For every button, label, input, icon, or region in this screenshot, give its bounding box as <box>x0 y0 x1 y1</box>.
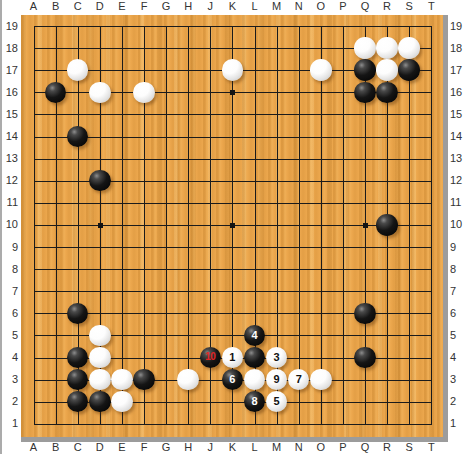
black-stone <box>67 391 89 413</box>
row-label-right: 5 <box>450 329 465 342</box>
column-label-top: N <box>288 0 310 13</box>
row-label-right: 15 <box>450 108 465 121</box>
black-stone <box>67 126 89 148</box>
row-label-right: 10 <box>450 218 465 231</box>
white-stone <box>89 82 111 104</box>
column-label-top: J <box>199 0 221 13</box>
row-label-right: 7 <box>450 285 465 298</box>
column-label-top: T <box>420 0 442 13</box>
row-label-left: 3 <box>0 373 18 386</box>
black-stone: 6 <box>222 369 244 391</box>
move-number-label: 10 <box>205 352 215 362</box>
move-number-label: 8 <box>251 396 257 407</box>
column-label-bottom: H <box>177 441 199 454</box>
move-number-label: 5 <box>274 396 280 407</box>
column-label-bottom: C <box>67 441 89 454</box>
white-stone <box>244 369 266 391</box>
white-stone <box>133 82 155 104</box>
black-stone <box>398 59 420 81</box>
column-label-bottom: B <box>45 441 67 454</box>
column-label-top: O <box>310 0 332 13</box>
row-label-right: 4 <box>450 351 465 364</box>
row-label-left: 13 <box>0 152 18 165</box>
white-stone <box>177 369 199 391</box>
column-label-bottom: O <box>310 441 332 454</box>
row-label-left: 1 <box>0 417 18 430</box>
grid-line-vertical <box>321 26 322 425</box>
white-stone <box>67 59 89 81</box>
move-number-label: 7 <box>296 374 302 385</box>
grid-line-horizontal <box>34 424 433 425</box>
white-stone <box>310 59 332 81</box>
white-stone: 1 <box>222 347 244 369</box>
row-label-left: 11 <box>0 196 18 209</box>
row-label-right: 8 <box>450 263 465 276</box>
white-stone <box>111 369 133 391</box>
star-point <box>230 90 235 95</box>
row-label-left: 2 <box>0 395 18 408</box>
white-stone <box>89 347 111 369</box>
black-stone <box>133 369 155 391</box>
black-stone <box>67 369 89 391</box>
white-stone <box>222 59 244 81</box>
star-point <box>98 223 103 228</box>
black-stone <box>67 303 89 325</box>
black-stone <box>376 82 398 104</box>
grid-line-horizontal <box>34 291 433 292</box>
black-stone <box>376 214 398 236</box>
row-label-left: 16 <box>0 86 18 99</box>
go-app-window: 4101369785 AABBCCDDEEFFGGHHJJKKLLMMNNOOP… <box>0 0 465 454</box>
black-stone: 8 <box>244 391 266 413</box>
black-stone: 4 <box>244 325 266 347</box>
row-label-left: 15 <box>0 108 18 121</box>
row-label-left: 18 <box>0 42 18 55</box>
column-label-top: E <box>111 0 133 13</box>
row-label-right: 6 <box>450 307 465 320</box>
white-stone: 9 <box>266 369 288 391</box>
white-stone <box>89 325 111 347</box>
column-label-top: H <box>177 0 199 13</box>
row-label-left: 6 <box>0 307 18 320</box>
column-label-top: M <box>266 0 288 13</box>
column-label-top: F <box>133 0 155 13</box>
row-label-right: 11 <box>450 196 465 209</box>
column-label-bottom: F <box>133 441 155 454</box>
row-label-left: 8 <box>0 263 18 276</box>
move-number-label: 9 <box>274 374 280 385</box>
grid-line-vertical <box>409 26 410 425</box>
black-stone <box>89 170 111 192</box>
column-label-bottom: J <box>199 441 221 454</box>
grid-line-horizontal <box>34 247 433 248</box>
grid-line-vertical <box>431 26 432 425</box>
black-stone <box>45 82 67 104</box>
column-label-bottom: T <box>420 441 442 454</box>
move-number-label: 1 <box>229 352 235 363</box>
column-label-bottom: Q <box>354 441 376 454</box>
white-stone <box>376 37 398 59</box>
column-label-bottom: S <box>398 441 420 454</box>
column-label-top: K <box>221 0 243 13</box>
column-label-bottom: G <box>155 441 177 454</box>
column-label-bottom: R <box>376 441 398 454</box>
column-label-top: S <box>398 0 420 13</box>
grid-line-vertical <box>299 26 300 425</box>
column-label-top: G <box>155 0 177 13</box>
row-label-left: 7 <box>0 285 18 298</box>
column-label-bottom: L <box>244 441 266 454</box>
column-label-bottom: E <box>111 441 133 454</box>
white-stone: 3 <box>266 347 288 369</box>
column-label-top: A <box>23 0 45 13</box>
column-label-bottom: P <box>332 441 354 454</box>
row-label-right: 14 <box>450 130 465 143</box>
row-label-left: 17 <box>0 64 18 77</box>
row-label-right: 17 <box>450 64 465 77</box>
row-label-right: 3 <box>450 373 465 386</box>
grid-line-horizontal <box>34 269 433 270</box>
row-label-right: 2 <box>450 395 465 408</box>
row-label-right: 12 <box>450 174 465 187</box>
row-label-left: 19 <box>0 20 18 33</box>
row-label-left: 10 <box>0 218 18 231</box>
row-label-right: 9 <box>450 241 465 254</box>
column-label-top: B <box>45 0 67 13</box>
go-board[interactable]: 4101369785 <box>21 15 448 442</box>
white-stone <box>89 369 111 391</box>
black-stone <box>67 347 89 369</box>
move-number-label: 3 <box>274 352 280 363</box>
column-label-top: Q <box>354 0 376 13</box>
white-stone <box>354 37 376 59</box>
row-label-right: 13 <box>450 152 465 165</box>
black-stone <box>354 347 376 369</box>
black-stone <box>244 347 266 369</box>
column-label-top: P <box>332 0 354 13</box>
row-label-left: 14 <box>0 130 18 143</box>
row-label-right: 19 <box>450 20 465 33</box>
column-label-bottom: D <box>89 441 111 454</box>
star-point <box>363 223 368 228</box>
column-label-bottom: N <box>288 441 310 454</box>
column-label-top: R <box>376 0 398 13</box>
column-label-bottom: A <box>23 441 45 454</box>
row-label-left: 9 <box>0 241 18 254</box>
column-label-bottom: M <box>266 441 288 454</box>
row-label-right: 1 <box>450 417 465 430</box>
white-stone: 7 <box>288 369 310 391</box>
black-stone <box>89 391 111 413</box>
row-label-left: 5 <box>0 329 18 342</box>
black-stone <box>354 82 376 104</box>
column-label-top: D <box>89 0 111 13</box>
black-stone: 10 <box>200 347 222 369</box>
white-stone <box>111 391 133 413</box>
white-stone: 5 <box>266 391 288 413</box>
column-label-top: C <box>67 0 89 13</box>
row-label-right: 18 <box>450 42 465 55</box>
white-stone <box>376 59 398 81</box>
row-label-right: 16 <box>450 86 465 99</box>
column-label-bottom: K <box>221 441 243 454</box>
column-label-top: L <box>244 0 266 13</box>
row-label-left: 4 <box>0 351 18 364</box>
black-stone <box>354 303 376 325</box>
grid-line-vertical <box>343 26 344 425</box>
white-stone <box>398 37 420 59</box>
move-number-label: 4 <box>251 330 257 341</box>
move-number-label: 6 <box>229 374 235 385</box>
black-stone <box>354 59 376 81</box>
star-point <box>230 223 235 228</box>
white-stone <box>310 369 332 391</box>
row-label-left: 12 <box>0 174 18 187</box>
